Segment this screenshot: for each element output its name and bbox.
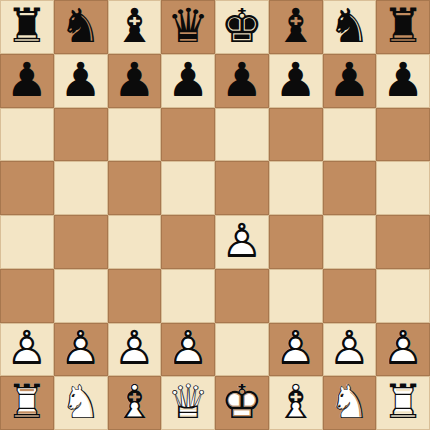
square-d7[interactable]: ♟ <box>161 54 215 108</box>
square-a7[interactable]: ♟ <box>0 54 54 108</box>
square-e5[interactable] <box>215 161 269 215</box>
square-f2[interactable]: ♟♙ <box>269 323 323 377</box>
white-pawn-piece: ♟♙ <box>380 324 427 371</box>
piece-glyph-outline: ♙ <box>6 324 48 371</box>
white-rook-piece: ♜♖ <box>380 378 427 425</box>
white-bishop-piece: ♝♗ <box>272 378 319 425</box>
piece-glyph-fill: ♟ <box>275 55 317 102</box>
piece-glyph-fill: ♜ <box>6 1 48 48</box>
square-c8[interactable]: ♝ <box>108 0 162 54</box>
piece-glyph-fill: ♟ <box>60 55 102 102</box>
square-f8[interactable]: ♝ <box>269 0 323 54</box>
square-e6[interactable] <box>215 108 269 162</box>
piece-glyph-fill: ♟ <box>113 55 155 102</box>
square-a4[interactable] <box>0 215 54 269</box>
black-pawn-piece: ♟ <box>165 55 212 102</box>
square-b2[interactable]: ♟♙ <box>54 323 108 377</box>
black-king-piece: ♚ <box>218 1 265 48</box>
piece-glyph-outline: ♙ <box>60 324 102 371</box>
white-pawn-piece: ♟♙ <box>272 324 319 371</box>
square-e4[interactable]: ♟♙ <box>215 215 269 269</box>
square-c6[interactable] <box>108 108 162 162</box>
square-c2[interactable]: ♟♙ <box>108 323 162 377</box>
square-h5[interactable] <box>376 161 430 215</box>
square-a5[interactable] <box>0 161 54 215</box>
square-g8[interactable]: ♞ <box>323 0 377 54</box>
piece-glyph-fill: ♟ <box>6 55 48 102</box>
square-d5[interactable] <box>161 161 215 215</box>
square-e8[interactable]: ♚ <box>215 0 269 54</box>
white-knight-piece: ♞♘ <box>326 378 373 425</box>
white-rook-piece: ♜♖ <box>3 378 50 425</box>
piece-glyph-outline: ♙ <box>382 324 424 371</box>
piece-glyph-fill: ♝ <box>113 1 155 48</box>
square-c5[interactable] <box>108 161 162 215</box>
square-d6[interactable] <box>161 108 215 162</box>
piece-glyph-outline: ♗ <box>113 378 155 425</box>
piece-glyph-outline: ♖ <box>6 378 48 425</box>
black-queen-piece: ♛ <box>165 1 212 48</box>
white-pawn-piece: ♟♙ <box>326 324 373 371</box>
piece-glyph-fill: ♞ <box>328 1 370 48</box>
piece-glyph-outline: ♗ <box>275 378 317 425</box>
square-f1[interactable]: ♝♗ <box>269 376 323 430</box>
square-e7[interactable]: ♟ <box>215 54 269 108</box>
black-pawn-piece: ♟ <box>326 55 373 102</box>
square-g3[interactable] <box>323 269 377 323</box>
piece-glyph-outline: ♕ <box>167 378 209 425</box>
piece-glyph-fill: ♛ <box>167 1 209 48</box>
square-b3[interactable] <box>54 269 108 323</box>
black-knight-piece: ♞ <box>57 1 104 48</box>
piece-glyph-outline: ♔ <box>221 378 263 425</box>
square-d2[interactable]: ♟♙ <box>161 323 215 377</box>
square-e3[interactable] <box>215 269 269 323</box>
piece-glyph-outline: ♙ <box>328 324 370 371</box>
square-g2[interactable]: ♟♙ <box>323 323 377 377</box>
piece-glyph-outline: ♘ <box>60 378 102 425</box>
piece-glyph-fill: ♟ <box>221 55 263 102</box>
square-a6[interactable] <box>0 108 54 162</box>
square-h1[interactable]: ♜♖ <box>376 376 430 430</box>
black-bishop-piece: ♝ <box>272 1 319 48</box>
piece-glyph-outline: ♙ <box>221 216 263 263</box>
piece-glyph-outline: ♙ <box>167 324 209 371</box>
piece-glyph-outline: ♖ <box>382 378 424 425</box>
square-a8[interactable]: ♜ <box>0 0 54 54</box>
square-d4[interactable] <box>161 215 215 269</box>
square-g1[interactable]: ♞♘ <box>323 376 377 430</box>
square-c4[interactable] <box>108 215 162 269</box>
piece-glyph-outline: ♙ <box>275 324 317 371</box>
white-queen-piece: ♛♕ <box>165 378 212 425</box>
square-a2[interactable]: ♟♙ <box>0 323 54 377</box>
square-e1[interactable]: ♚♔ <box>215 376 269 430</box>
piece-glyph-fill: ♞ <box>60 1 102 48</box>
piece-glyph-fill: ♝ <box>275 1 317 48</box>
square-h3[interactable] <box>376 269 430 323</box>
black-knight-piece: ♞ <box>326 1 373 48</box>
piece-glyph-fill: ♟ <box>328 55 370 102</box>
square-c1[interactable]: ♝♗ <box>108 376 162 430</box>
square-b6[interactable] <box>54 108 108 162</box>
black-rook-piece: ♜ <box>380 1 427 48</box>
square-b5[interactable] <box>54 161 108 215</box>
black-pawn-piece: ♟ <box>3 55 50 102</box>
square-d3[interactable] <box>161 269 215 323</box>
piece-glyph-outline: ♙ <box>113 324 155 371</box>
black-pawn-piece: ♟ <box>380 55 427 102</box>
square-h4[interactable] <box>376 215 430 269</box>
square-g7[interactable]: ♟ <box>323 54 377 108</box>
square-b1[interactable]: ♞♘ <box>54 376 108 430</box>
square-b7[interactable]: ♟ <box>54 54 108 108</box>
black-bishop-piece: ♝ <box>111 1 158 48</box>
square-f6[interactable] <box>269 108 323 162</box>
black-pawn-piece: ♟ <box>218 55 265 102</box>
square-d8[interactable]: ♛ <box>161 0 215 54</box>
piece-glyph-fill: ♚ <box>221 1 263 48</box>
white-pawn-piece: ♟♙ <box>3 324 50 371</box>
square-f7[interactable]: ♟ <box>269 54 323 108</box>
piece-glyph-fill: ♜ <box>382 1 424 48</box>
white-pawn-piece: ♟♙ <box>165 324 212 371</box>
square-g4[interactable] <box>323 215 377 269</box>
black-pawn-piece: ♟ <box>272 55 319 102</box>
square-h6[interactable] <box>376 108 430 162</box>
white-bishop-piece: ♝♗ <box>111 378 158 425</box>
square-b8[interactable]: ♞ <box>54 0 108 54</box>
square-g6[interactable] <box>323 108 377 162</box>
white-pawn-piece: ♟♙ <box>111 324 158 371</box>
piece-glyph-fill: ♟ <box>382 55 424 102</box>
square-c3[interactable] <box>108 269 162 323</box>
white-pawn-piece: ♟♙ <box>57 324 104 371</box>
square-h8[interactable]: ♜ <box>376 0 430 54</box>
square-f4[interactable] <box>269 215 323 269</box>
white-pawn-piece: ♟♙ <box>218 216 265 263</box>
square-a1[interactable]: ♜♖ <box>0 376 54 430</box>
black-pawn-piece: ♟ <box>111 55 158 102</box>
square-h2[interactable]: ♟♙ <box>376 323 430 377</box>
square-a3[interactable] <box>0 269 54 323</box>
square-b4[interactable] <box>54 215 108 269</box>
black-pawn-piece: ♟ <box>57 55 104 102</box>
square-h7[interactable]: ♟ <box>376 54 430 108</box>
black-rook-piece: ♜ <box>3 1 50 48</box>
white-knight-piece: ♞♘ <box>57 378 104 425</box>
piece-glyph-fill: ♟ <box>167 55 209 102</box>
square-g5[interactable] <box>323 161 377 215</box>
square-e2[interactable] <box>215 323 269 377</box>
chess-board: ♜♞♝♛♚♝♞♜♟♟♟♟♟♟♟♟♟♙♟♙♟♙♟♙♟♙♟♙♟♙♟♙♜♖♞♘♝♗♛♕… <box>0 0 430 430</box>
square-f5[interactable] <box>269 161 323 215</box>
square-f3[interactable] <box>269 269 323 323</box>
square-d1[interactable]: ♛♕ <box>161 376 215 430</box>
square-c7[interactable]: ♟ <box>108 54 162 108</box>
piece-glyph-outline: ♘ <box>328 378 370 425</box>
white-king-piece: ♚♔ <box>218 378 265 425</box>
